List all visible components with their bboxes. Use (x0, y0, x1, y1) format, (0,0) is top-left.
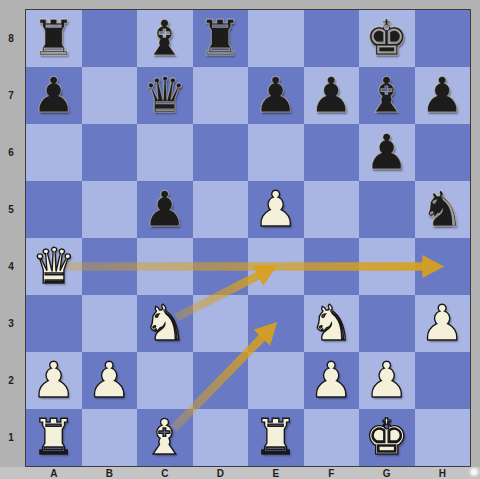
square-d6[interactable] (193, 124, 249, 181)
square-a1[interactable]: ♜ (26, 409, 82, 466)
piece-black-pawn[interactable]: ♟ (254, 71, 298, 120)
square-d2[interactable] (193, 352, 249, 409)
square-f7[interactable]: ♟ (304, 67, 360, 124)
square-a2[interactable]: ♟ (26, 352, 82, 409)
piece-white-queen[interactable]: ♛ (32, 242, 76, 291)
square-c8[interactable]: ♝ (137, 10, 193, 67)
rank-labels: 87654321 (0, 10, 22, 466)
rank-label-4: 4 (0, 238, 22, 295)
square-f6[interactable] (304, 124, 360, 181)
file-label-a: A (26, 467, 82, 479)
file-label-c: C (137, 467, 193, 479)
piece-black-knight[interactable]: ♞ (420, 185, 464, 234)
square-a7[interactable]: ♟ (26, 67, 82, 124)
square-h5[interactable]: ♞ (415, 181, 471, 238)
file-label-h: H (415, 467, 471, 479)
square-a5[interactable] (26, 181, 82, 238)
square-e5[interactable]: ♟ (248, 181, 304, 238)
board-window: ♜♝♜♚♟♛♟♟♝♟♟♟♟♞♛♞♞♟♟♟♟♟♜♝♜♚ 87654321 ABCD… (0, 0, 480, 479)
piece-black-rook[interactable]: ♜ (198, 14, 242, 63)
piece-black-pawn[interactable]: ♟ (143, 185, 187, 234)
square-h8[interactable] (415, 10, 471, 67)
square-d4[interactable] (193, 238, 249, 295)
piece-white-pawn[interactable]: ♟ (87, 356, 131, 405)
piece-white-pawn[interactable]: ♟ (32, 356, 76, 405)
square-g1[interactable]: ♚ (359, 409, 415, 466)
file-labels: ABCDEFGH (26, 467, 470, 479)
square-g4[interactable] (359, 238, 415, 295)
square-d3[interactable] (193, 295, 249, 352)
square-e1[interactable]: ♜ (248, 409, 304, 466)
square-e4[interactable] (248, 238, 304, 295)
square-d1[interactable] (193, 409, 249, 466)
square-e7[interactable]: ♟ (248, 67, 304, 124)
square-f2[interactable]: ♟ (304, 352, 360, 409)
square-f8[interactable] (304, 10, 360, 67)
square-e8[interactable] (248, 10, 304, 67)
square-d5[interactable] (193, 181, 249, 238)
square-b7[interactable] (82, 67, 138, 124)
square-b2[interactable]: ♟ (82, 352, 138, 409)
file-label-e: E (248, 467, 304, 479)
rank-label-7: 7 (0, 67, 22, 124)
square-a8[interactable]: ♜ (26, 10, 82, 67)
piece-white-bishop[interactable]: ♝ (143, 413, 187, 462)
piece-white-pawn[interactable]: ♟ (309, 356, 353, 405)
square-h3[interactable]: ♟ (415, 295, 471, 352)
square-c6[interactable] (137, 124, 193, 181)
file-label-g: G (359, 467, 415, 479)
square-f4[interactable] (304, 238, 360, 295)
piece-white-rook[interactable]: ♜ (32, 413, 76, 462)
piece-black-queen[interactable]: ♛ (143, 71, 187, 120)
square-e2[interactable] (248, 352, 304, 409)
square-b6[interactable] (82, 124, 138, 181)
square-h1[interactable] (415, 409, 471, 466)
file-label-f: F (304, 467, 360, 479)
square-e6[interactable] (248, 124, 304, 181)
square-d7[interactable] (193, 67, 249, 124)
square-g5[interactable] (359, 181, 415, 238)
piece-white-king[interactable]: ♚ (365, 413, 409, 462)
square-g3[interactable] (359, 295, 415, 352)
square-g7[interactable]: ♝ (359, 67, 415, 124)
square-b5[interactable] (82, 181, 138, 238)
piece-black-king[interactable]: ♚ (365, 14, 409, 63)
piece-white-pawn[interactable]: ♟ (420, 299, 464, 348)
square-g6[interactable]: ♟ (359, 124, 415, 181)
resize-dot (471, 469, 477, 475)
square-c7[interactable]: ♛ (137, 67, 193, 124)
piece-white-knight[interactable]: ♞ (309, 299, 353, 348)
square-g8[interactable]: ♚ (359, 10, 415, 67)
piece-black-bishop[interactable]: ♝ (143, 14, 187, 63)
square-f5[interactable] (304, 181, 360, 238)
piece-white-pawn[interactable]: ♟ (254, 185, 298, 234)
square-c3[interactable]: ♞ (137, 295, 193, 352)
square-c5[interactable]: ♟ (137, 181, 193, 238)
rank-label-5: 5 (0, 181, 22, 238)
square-a4[interactable]: ♛ (26, 238, 82, 295)
rank-label-8: 8 (0, 10, 22, 67)
square-h6[interactable] (415, 124, 471, 181)
rank-label-3: 3 (0, 295, 22, 352)
piece-black-pawn[interactable]: ♟ (420, 71, 464, 120)
square-f3[interactable]: ♞ (304, 295, 360, 352)
piece-black-pawn[interactable]: ♟ (309, 71, 353, 120)
square-h2[interactable] (415, 352, 471, 409)
square-d8[interactable]: ♜ (193, 10, 249, 67)
square-b1[interactable] (82, 409, 138, 466)
square-c1[interactable]: ♝ (137, 409, 193, 466)
piece-black-pawn[interactable]: ♟ (32, 71, 76, 120)
board-frame: ♜♝♜♚♟♛♟♟♝♟♟♟♟♞♛♞♞♟♟♟♟♟♜♝♜♚ (25, 9, 471, 467)
square-c4[interactable] (137, 238, 193, 295)
square-h4[interactable] (415, 238, 471, 295)
rank-label-2: 2 (0, 352, 22, 409)
square-f1[interactable] (304, 409, 360, 466)
square-a3[interactable] (26, 295, 82, 352)
file-label-b: B (82, 467, 138, 479)
piece-black-bishop[interactable]: ♝ (365, 71, 409, 120)
piece-black-pawn[interactable]: ♟ (365, 128, 409, 177)
square-b4[interactable] (82, 238, 138, 295)
chess-board: ♜♝♜♚♟♛♟♟♝♟♟♟♟♞♛♞♞♟♟♟♟♟♜♝♜♚ (26, 10, 470, 466)
square-b3[interactable] (82, 295, 138, 352)
piece-white-rook[interactable]: ♜ (254, 413, 298, 462)
piece-white-pawn[interactable]: ♟ (365, 356, 409, 405)
rank-label-1: 1 (0, 409, 22, 466)
square-e3[interactable] (248, 295, 304, 352)
file-label-d: D (193, 467, 249, 479)
square-g2[interactable]: ♟ (359, 352, 415, 409)
piece-black-rook[interactable]: ♜ (32, 14, 76, 63)
square-a6[interactable] (26, 124, 82, 181)
square-c2[interactable] (137, 352, 193, 409)
rank-label-6: 6 (0, 124, 22, 181)
square-b8[interactable] (82, 10, 138, 67)
piece-white-knight[interactable]: ♞ (143, 299, 187, 348)
square-h7[interactable]: ♟ (415, 67, 471, 124)
